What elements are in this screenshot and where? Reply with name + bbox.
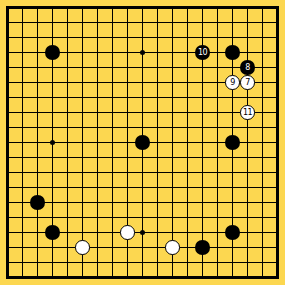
move-number-label: 10 (198, 49, 207, 57)
grid-line-horizontal (9, 187, 276, 188)
stone-black-Q10[interactable] (225, 135, 240, 150)
grid-line-vertical (172, 9, 173, 276)
grid-line-horizontal (9, 157, 276, 158)
stone-black-N3[interactable] (195, 240, 210, 255)
stone-black-D16[interactable] (45, 45, 60, 60)
move-number-label: 11 (243, 109, 252, 117)
stone-white-R12[interactable]: 11 (240, 105, 255, 120)
grid-line-vertical (157, 9, 158, 276)
stone-white-Q14[interactable]: 9 (225, 75, 240, 90)
stone-white-R14[interactable]: 7 (240, 75, 255, 90)
stone-white-J4[interactable] (120, 225, 135, 240)
grid-line-horizontal (9, 172, 276, 173)
stone-black-D4[interactable] (45, 225, 60, 240)
grid-line-horizontal (9, 247, 276, 248)
grid-line-horizontal (9, 202, 276, 203)
stone-black-Q4[interactable] (225, 225, 240, 240)
move-number-label: 8 (245, 64, 250, 72)
stone-white-M3[interactable] (165, 240, 180, 255)
move-number-label: 7 (245, 79, 250, 87)
stone-black-Q16[interactable] (225, 45, 240, 60)
star-point (140, 50, 145, 55)
go-diagram: 1089711 (0, 0, 285, 285)
stone-black-C6[interactable] (30, 195, 45, 210)
stone-white-F3[interactable] (75, 240, 90, 255)
star-point (140, 230, 145, 235)
grid-line-vertical (187, 9, 188, 276)
grid-line-vertical (262, 9, 263, 276)
go-board[interactable]: 1089711 (0, 0, 285, 285)
grid-line-horizontal (9, 262, 276, 263)
grid-line-vertical (217, 9, 218, 276)
star-point (50, 140, 55, 145)
move-number-label: 9 (230, 79, 235, 87)
grid-line-horizontal (9, 217, 276, 218)
stone-black-N16[interactable]: 10 (195, 45, 210, 60)
stone-black-R15[interactable]: 8 (240, 60, 255, 75)
grid-line-vertical (247, 9, 248, 276)
stone-black-K10[interactable] (135, 135, 150, 150)
